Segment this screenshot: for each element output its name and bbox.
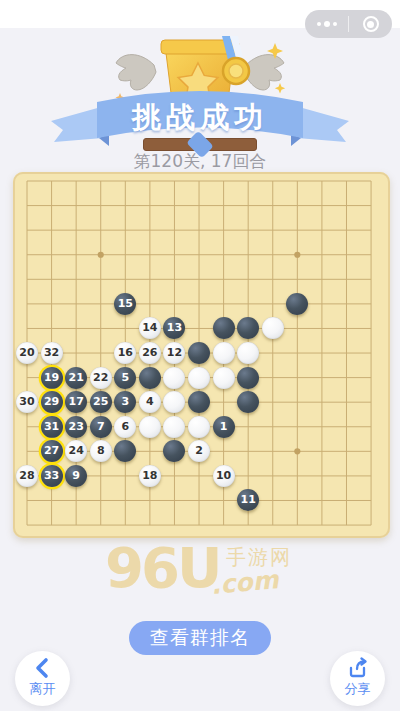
stone-white-26: 26 xyxy=(139,342,161,364)
stone-white-r8c8 xyxy=(213,367,235,389)
stone-white-20: 20 xyxy=(16,342,38,364)
view-group-ranking-button[interactable]: 查看群排名 xyxy=(129,621,271,655)
back-chevron-icon xyxy=(31,657,55,679)
stone-white-r10c7 xyxy=(188,416,210,438)
stone-black-29: 29 xyxy=(41,391,63,413)
stone-black-21: 21 xyxy=(65,367,87,389)
stone-black-23: 23 xyxy=(65,416,87,438)
stone-black-19: 19 xyxy=(41,367,63,389)
stone-white-r8c6 xyxy=(163,367,185,389)
banner-title: 挑战成功 xyxy=(45,98,355,138)
left-wing-icon xyxy=(116,55,156,90)
stone-black-5: 5 xyxy=(114,367,136,389)
success-banner: 挑战成功 xyxy=(45,91,355,155)
stone-black-27: 27 xyxy=(41,440,63,462)
level-subtitle: 第120关, 17回合 xyxy=(0,150,400,173)
wechat-capsule xyxy=(305,10,392,38)
stone-white-r10c5 xyxy=(139,416,161,438)
share-icon xyxy=(345,657,371,679)
watermark-96u: 96U xyxy=(105,535,219,600)
stone-black-r8c9 xyxy=(237,367,259,389)
stone-white-30: 30 xyxy=(16,391,38,413)
exit-circle-icon xyxy=(363,16,379,32)
stone-white-4: 4 xyxy=(139,391,161,413)
stone-white-6: 6 xyxy=(114,416,136,438)
stone-black-r8c5 xyxy=(139,367,161,389)
stone-black-33: 33 xyxy=(41,465,63,487)
capsule-more-button[interactable] xyxy=(305,10,348,38)
stone-black-r7c7 xyxy=(188,342,210,364)
leave-button[interactable]: 离开 xyxy=(15,651,70,706)
stone-white-8: 8 xyxy=(90,440,112,462)
stone-black-15: 15 xyxy=(114,293,136,315)
stone-white-18: 18 xyxy=(139,465,161,487)
share-label: 分享 xyxy=(330,680,385,698)
stone-white-r7c8 xyxy=(213,342,235,364)
stone-white-10: 10 xyxy=(213,465,235,487)
stone-white-r8c7 xyxy=(188,367,210,389)
more-dots-icon xyxy=(315,21,338,27)
share-button[interactable]: 分享 xyxy=(330,651,385,706)
watermark-com: .com xyxy=(210,565,280,600)
watermark-logo: 96U 手游网 .com xyxy=(105,541,295,603)
stone-black-1: 1 xyxy=(213,416,235,438)
gomoku-board: 1514132032162612192122530291725343123761… xyxy=(13,172,390,538)
stone-black-9: 9 xyxy=(65,465,87,487)
stone-black-7: 7 xyxy=(90,416,112,438)
stone-black-25: 25 xyxy=(90,391,112,413)
capsule-exit-button[interactable] xyxy=(349,10,392,38)
leave-label: 离开 xyxy=(15,680,70,698)
stone-white-22: 22 xyxy=(90,367,112,389)
stone-black-31: 31 xyxy=(41,416,63,438)
stone-black-r6c8 xyxy=(213,317,235,339)
stone-white-32: 32 xyxy=(41,342,63,364)
stone-white-28: 28 xyxy=(16,465,38,487)
